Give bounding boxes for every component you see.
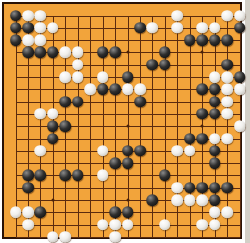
white-stone[interactable] bbox=[221, 207, 233, 219]
grid-line-vertical bbox=[140, 16, 141, 237]
white-stone[interactable] bbox=[196, 194, 208, 206]
black-stone[interactable] bbox=[109, 47, 121, 59]
white-stone[interactable] bbox=[72, 47, 84, 59]
black-stone[interactable] bbox=[147, 59, 159, 71]
white-stone[interactable] bbox=[35, 145, 47, 157]
white-stone[interactable] bbox=[22, 10, 34, 22]
black-stone[interactable] bbox=[184, 182, 196, 194]
black-stone[interactable] bbox=[196, 108, 208, 120]
white-stone[interactable] bbox=[10, 207, 22, 219]
go-board-grid[interactable] bbox=[16, 16, 240, 237]
white-stone[interactable] bbox=[196, 219, 208, 231]
white-stone[interactable] bbox=[72, 71, 84, 83]
window-right-margin bbox=[245, 0, 250, 243]
black-stone[interactable] bbox=[60, 96, 72, 108]
white-stone[interactable] bbox=[97, 219, 109, 231]
white-stone[interactable] bbox=[60, 71, 72, 83]
white-stone[interactable] bbox=[35, 108, 47, 120]
black-stone[interactable] bbox=[60, 120, 72, 132]
black-stone[interactable] bbox=[221, 59, 233, 71]
white-stone[interactable] bbox=[97, 170, 109, 182]
white-stone[interactable] bbox=[196, 22, 208, 34]
white-stone[interactable] bbox=[209, 22, 221, 34]
black-stone[interactable] bbox=[122, 71, 134, 83]
black-stone[interactable] bbox=[22, 182, 34, 194]
white-stone[interactable] bbox=[172, 182, 184, 194]
go-app-window bbox=[0, 0, 250, 243]
white-stone[interactable] bbox=[60, 47, 72, 59]
black-stone[interactable] bbox=[134, 145, 146, 157]
black-stone[interactable] bbox=[196, 133, 208, 145]
white-stone[interactable] bbox=[22, 207, 34, 219]
white-stone[interactable] bbox=[172, 10, 184, 22]
black-stone[interactable] bbox=[122, 207, 134, 219]
white-stone[interactable] bbox=[221, 71, 233, 83]
black-stone[interactable] bbox=[209, 96, 221, 108]
white-stone[interactable] bbox=[221, 10, 233, 22]
white-stone[interactable] bbox=[184, 194, 196, 206]
black-stone[interactable] bbox=[35, 207, 47, 219]
black-stone[interactable] bbox=[209, 194, 221, 206]
black-stone[interactable] bbox=[122, 145, 134, 157]
white-stone[interactable] bbox=[184, 145, 196, 157]
white-stone[interactable] bbox=[209, 71, 221, 83]
black-stone[interactable] bbox=[60, 170, 72, 182]
white-stone[interactable] bbox=[97, 145, 109, 157]
black-stone[interactable] bbox=[209, 108, 221, 120]
white-stone[interactable] bbox=[47, 231, 59, 243]
white-stone[interactable] bbox=[172, 22, 184, 34]
grid-line-vertical bbox=[227, 16, 228, 237]
black-stone[interactable] bbox=[10, 10, 22, 22]
white-stone[interactable] bbox=[209, 219, 221, 231]
white-stone[interactable] bbox=[221, 108, 233, 120]
star-point bbox=[201, 125, 204, 128]
black-stone[interactable] bbox=[209, 157, 221, 169]
black-stone[interactable] bbox=[10, 34, 22, 46]
star-point bbox=[126, 51, 129, 54]
white-stone[interactable] bbox=[147, 22, 159, 34]
black-stone[interactable] bbox=[109, 207, 121, 219]
black-stone[interactable] bbox=[159, 47, 171, 59]
star-point bbox=[126, 199, 129, 202]
white-stone[interactable] bbox=[35, 10, 47, 22]
black-stone[interactable] bbox=[72, 170, 84, 182]
black-stone[interactable] bbox=[159, 59, 171, 71]
white-stone[interactable] bbox=[97, 71, 109, 83]
black-stone[interactable] bbox=[97, 84, 109, 96]
white-stone[interactable] bbox=[234, 120, 246, 132]
white-stone[interactable] bbox=[122, 219, 134, 231]
star-point bbox=[51, 199, 54, 202]
white-stone[interactable] bbox=[47, 108, 59, 120]
black-stone[interactable] bbox=[234, 71, 246, 83]
white-stone[interactable] bbox=[134, 84, 146, 96]
black-stone[interactable] bbox=[147, 194, 159, 206]
white-stone[interactable] bbox=[159, 219, 171, 231]
white-stone[interactable] bbox=[221, 84, 233, 96]
white-stone[interactable] bbox=[221, 96, 233, 108]
black-stone[interactable] bbox=[72, 96, 84, 108]
black-stone[interactable] bbox=[47, 133, 59, 145]
white-stone[interactable] bbox=[22, 219, 34, 231]
white-stone[interactable] bbox=[109, 219, 121, 231]
black-stone[interactable] bbox=[184, 34, 196, 46]
black-stone[interactable] bbox=[47, 120, 59, 132]
white-stone[interactable] bbox=[172, 194, 184, 206]
star-point bbox=[201, 51, 204, 54]
white-stone[interactable] bbox=[35, 22, 47, 34]
black-stone[interactable] bbox=[134, 22, 146, 34]
grid-line-horizontal bbox=[16, 175, 240, 176]
black-stone[interactable] bbox=[221, 182, 233, 194]
white-stone[interactable] bbox=[234, 84, 246, 96]
white-stone[interactable] bbox=[72, 59, 84, 71]
black-stone[interactable] bbox=[221, 34, 233, 46]
white-stone[interactable] bbox=[84, 84, 96, 96]
white-stone[interactable] bbox=[60, 231, 72, 243]
black-stone[interactable] bbox=[196, 34, 208, 46]
black-stone[interactable] bbox=[209, 84, 221, 96]
black-stone[interactable] bbox=[109, 84, 121, 96]
black-stone[interactable] bbox=[196, 84, 208, 96]
white-stone[interactable] bbox=[35, 34, 47, 46]
black-stone[interactable] bbox=[22, 22, 34, 34]
white-stone[interactable] bbox=[209, 207, 221, 219]
black-stone[interactable] bbox=[209, 182, 221, 194]
black-stone[interactable] bbox=[134, 96, 146, 108]
white-stone[interactable] bbox=[221, 133, 233, 145]
black-stone[interactable] bbox=[35, 47, 47, 59]
black-stone[interactable] bbox=[22, 47, 34, 59]
white-stone[interactable] bbox=[22, 34, 34, 46]
black-stone[interactable] bbox=[47, 47, 59, 59]
white-stone[interactable] bbox=[209, 133, 221, 145]
black-stone[interactable] bbox=[196, 182, 208, 194]
white-stone[interactable] bbox=[234, 10, 246, 22]
star-point bbox=[126, 125, 129, 128]
black-stone[interactable] bbox=[209, 145, 221, 157]
black-stone[interactable] bbox=[109, 157, 121, 169]
black-stone[interactable] bbox=[209, 34, 221, 46]
white-stone[interactable] bbox=[172, 145, 184, 157]
black-stone[interactable] bbox=[35, 170, 47, 182]
white-stone[interactable] bbox=[47, 22, 59, 34]
black-stone[interactable] bbox=[122, 157, 134, 169]
black-stone[interactable] bbox=[97, 47, 109, 59]
white-stone[interactable] bbox=[122, 84, 134, 96]
black-stone[interactable] bbox=[159, 170, 171, 182]
black-stone[interactable] bbox=[184, 133, 196, 145]
black-stone[interactable] bbox=[22, 170, 34, 182]
black-stone[interactable] bbox=[10, 22, 22, 34]
black-stone[interactable] bbox=[234, 22, 246, 34]
white-stone[interactable] bbox=[109, 231, 121, 243]
